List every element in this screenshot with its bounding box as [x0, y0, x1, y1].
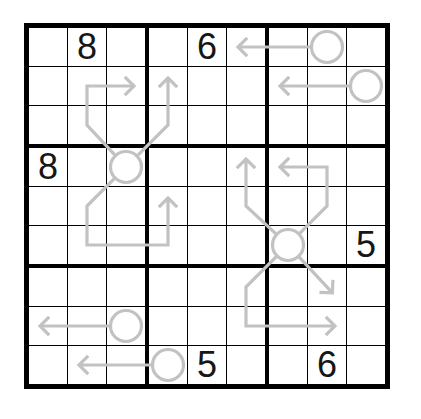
- cell-r5c5[interactable]: [188, 187, 226, 225]
- cell-r1c8[interactable]: [308, 28, 346, 66]
- cell-r4c9[interactable]: [347, 148, 385, 186]
- cell-r4c1[interactable]: 8: [29, 148, 67, 186]
- cell-r3c3[interactable]: [107, 106, 145, 144]
- cell-r2c5[interactable]: [188, 67, 226, 105]
- cell-r2c4[interactable]: [149, 67, 187, 105]
- cell-r8c8[interactable]: [308, 307, 346, 345]
- cell-r6c8[interactable]: [308, 226, 346, 264]
- cell-r9c4[interactable]: [149, 346, 187, 384]
- cell-r1c7[interactable]: [269, 28, 307, 66]
- cell-r1c1[interactable]: [29, 28, 67, 66]
- cell-r1c6[interactable]: [227, 28, 265, 66]
- cell-r5c9[interactable]: [347, 187, 385, 225]
- cell-r9c8[interactable]: 6: [308, 346, 346, 384]
- cell-r1c3[interactable]: [107, 28, 145, 66]
- cell-r1c9[interactable]: [347, 28, 385, 66]
- cell-r5c6[interactable]: [227, 187, 265, 225]
- cell-r4c5[interactable]: [188, 148, 226, 186]
- cell-r1c4[interactable]: [149, 28, 187, 66]
- cell-r3c1[interactable]: [29, 106, 67, 144]
- cell-r3c6[interactable]: [227, 106, 265, 144]
- cell-r7c8[interactable]: [308, 268, 346, 306]
- cell-r7c4[interactable]: [149, 268, 187, 306]
- cell-r9c1[interactable]: [29, 346, 67, 384]
- cell-r8c7[interactable]: [269, 307, 307, 345]
- cell-r1c5[interactable]: 6: [188, 28, 226, 66]
- cell-r8c9[interactable]: [347, 307, 385, 345]
- cell-r9c2[interactable]: [68, 346, 106, 384]
- cell-r8c1[interactable]: [29, 307, 67, 345]
- cell-r5c1[interactable]: [29, 187, 67, 225]
- cell-r2c9[interactable]: [347, 67, 385, 105]
- cell-r9c3[interactable]: [107, 346, 145, 384]
- cell-r2c6[interactable]: [227, 67, 265, 105]
- cell-r6c1[interactable]: [29, 226, 67, 264]
- cell-r8c5[interactable]: [188, 307, 226, 345]
- cell-r4c8[interactable]: [308, 148, 346, 186]
- cell-r2c7[interactable]: [269, 67, 307, 105]
- cell-r6c9[interactable]: 5: [347, 226, 385, 264]
- cell-r9c5[interactable]: 5: [188, 346, 226, 384]
- sudoku-board: 868556: [24, 23, 390, 389]
- cell-r5c7[interactable]: [269, 187, 307, 225]
- cell-r6c7[interactable]: [269, 226, 307, 264]
- cell-r2c1[interactable]: [29, 67, 67, 105]
- puzzle-page: 868556: [0, 0, 421, 419]
- cell-r4c2[interactable]: [68, 148, 106, 186]
- cell-r2c3[interactable]: [107, 67, 145, 105]
- cell-r2c8[interactable]: [308, 67, 346, 105]
- cell-r5c3[interactable]: [107, 187, 145, 225]
- cell-r8c6[interactable]: [227, 307, 265, 345]
- cell-r3c5[interactable]: [188, 106, 226, 144]
- cell-r7c6[interactable]: [227, 268, 265, 306]
- cell-r5c4[interactable]: [149, 187, 187, 225]
- cell-r6c6[interactable]: [227, 226, 265, 264]
- cell-r3c7[interactable]: [269, 106, 307, 144]
- cell-r7c9[interactable]: [347, 268, 385, 306]
- cell-r7c3[interactable]: [107, 268, 145, 306]
- cell-r8c4[interactable]: [149, 307, 187, 345]
- cell-r5c2[interactable]: [68, 187, 106, 225]
- cell-r8c3[interactable]: [107, 307, 145, 345]
- cell-r4c7[interactable]: [269, 148, 307, 186]
- cell-r7c2[interactable]: [68, 268, 106, 306]
- cell-r4c3[interactable]: [107, 148, 145, 186]
- cell-r6c3[interactable]: [107, 226, 145, 264]
- cell-r8c2[interactable]: [68, 307, 106, 345]
- cell-r5c8[interactable]: [308, 187, 346, 225]
- cell-r4c4[interactable]: [149, 148, 187, 186]
- cell-r7c5[interactable]: [188, 268, 226, 306]
- cell-r3c2[interactable]: [68, 106, 106, 144]
- cell-r4c6[interactable]: [227, 148, 265, 186]
- cell-r9c6[interactable]: [227, 346, 265, 384]
- cell-r6c5[interactable]: [188, 226, 226, 264]
- cell-r9c9[interactable]: [347, 346, 385, 384]
- cell-r6c4[interactable]: [149, 226, 187, 264]
- cell-r3c9[interactable]: [347, 106, 385, 144]
- cell-r7c1[interactable]: [29, 268, 67, 306]
- cell-r7c7[interactable]: [269, 268, 307, 306]
- cell-r6c2[interactable]: [68, 226, 106, 264]
- cell-r2c2[interactable]: [68, 67, 106, 105]
- cell-r9c7[interactable]: [269, 346, 307, 384]
- cell-r3c4[interactable]: [149, 106, 187, 144]
- cell-r3c8[interactable]: [308, 106, 346, 144]
- cell-r1c2[interactable]: 8: [68, 28, 106, 66]
